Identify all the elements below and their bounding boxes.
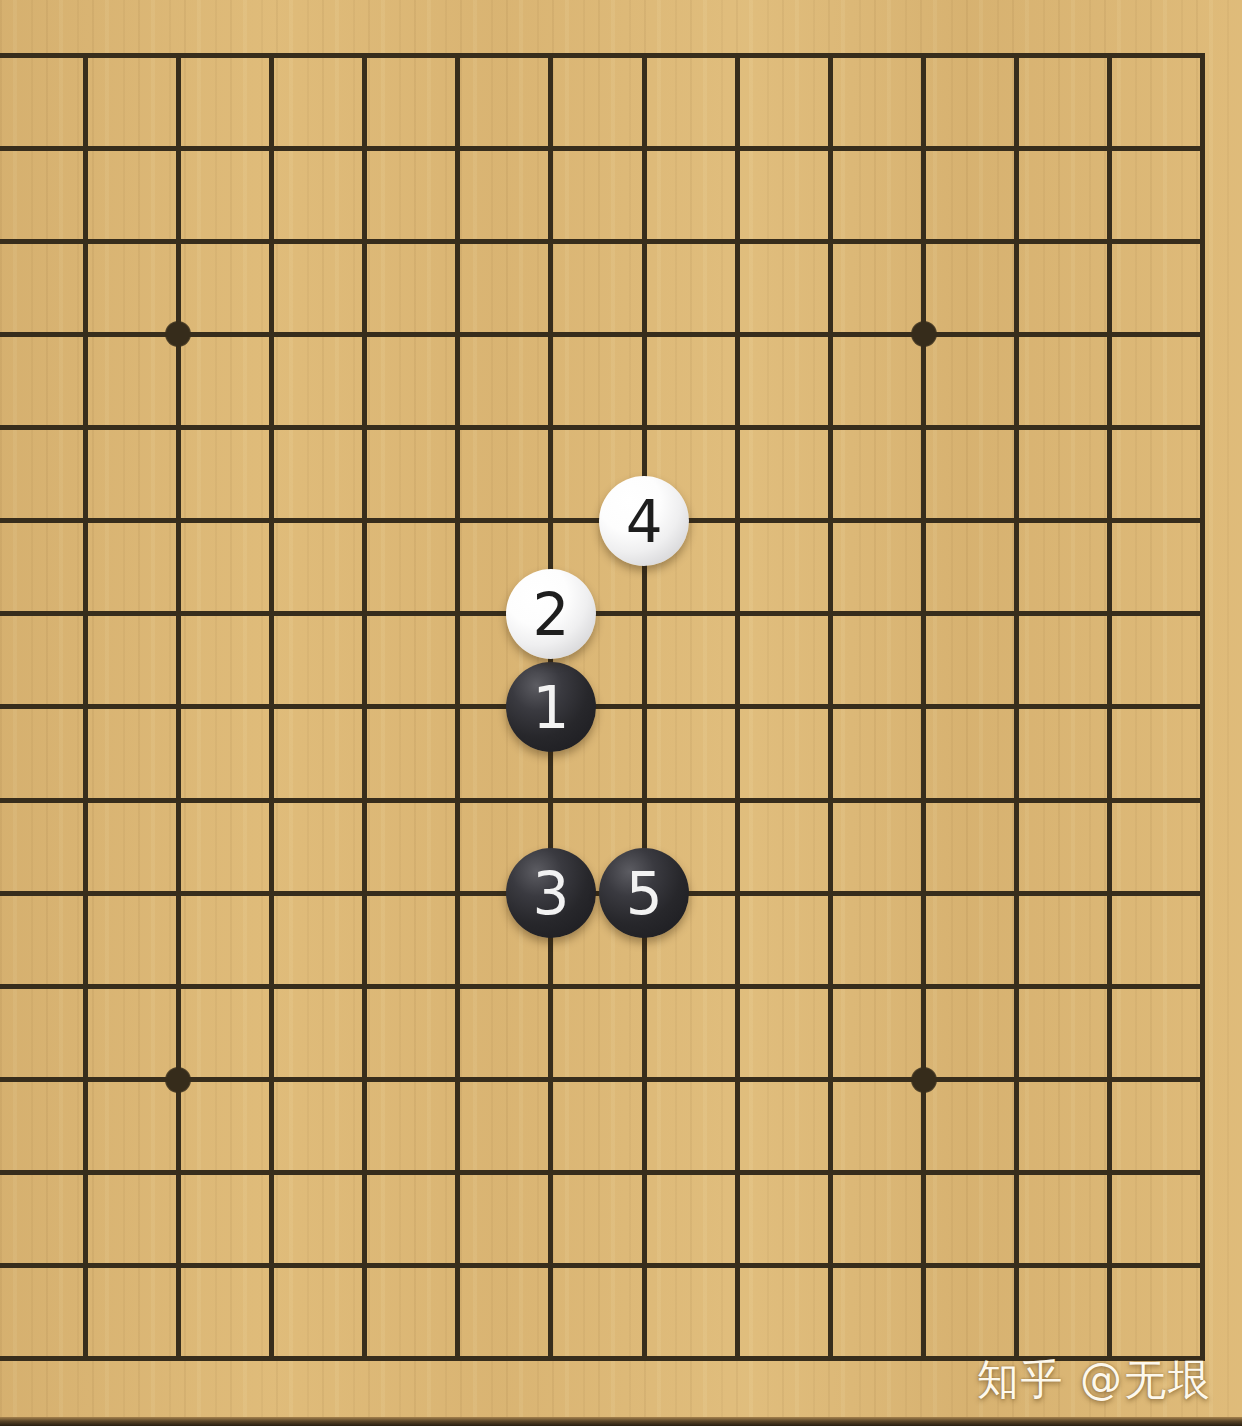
board-cell: [0, 1263, 83, 1356]
board-cell: [362, 1077, 455, 1170]
board-cell: [921, 1170, 1014, 1263]
board-cell: [1014, 611, 1107, 704]
board-cell: [828, 1077, 921, 1170]
board-cell: [735, 1263, 828, 1356]
board-cell: [455, 146, 548, 239]
board-cell: [0, 239, 83, 332]
board-cell: [548, 984, 641, 1077]
board-cell: [0, 611, 83, 704]
board-cell: [921, 984, 1014, 1077]
board-cell: [921, 891, 1014, 984]
board-cell: [642, 1077, 735, 1170]
board-cell: [176, 53, 269, 146]
board-cell: [176, 1077, 269, 1170]
stone-move-number: 1: [533, 679, 570, 737]
board-cell: [1014, 425, 1107, 518]
star-point: [165, 321, 191, 347]
board-cell: [1107, 332, 1200, 425]
board-cell: [921, 1077, 1014, 1170]
board-cell: [455, 1170, 548, 1263]
board-cell: [735, 704, 828, 797]
board-cell: [269, 611, 362, 704]
board-cell: [176, 332, 269, 425]
board-cell: [828, 891, 921, 984]
board-cell: [176, 1263, 269, 1356]
stone-white-4: 4: [599, 476, 689, 566]
board-cell: [828, 239, 921, 332]
board-cell: [83, 1170, 176, 1263]
board-cell: [1107, 798, 1200, 891]
board-cell: [828, 332, 921, 425]
board-bottom-edge-shadow: [0, 1417, 1242, 1426]
board-cell: [362, 239, 455, 332]
board-cell: [548, 146, 641, 239]
board-cell: [921, 425, 1014, 518]
board-cell: [828, 1170, 921, 1263]
board-cell: [1014, 704, 1107, 797]
board-cell: [642, 53, 735, 146]
board-cell: [642, 239, 735, 332]
board-cell: [269, 704, 362, 797]
star-point: [911, 1067, 937, 1093]
board-cell: [828, 53, 921, 146]
board-cell: [269, 239, 362, 332]
board-cell: [176, 518, 269, 611]
board-cell: [642, 146, 735, 239]
board-cell: [1107, 1170, 1200, 1263]
board-cell: [83, 518, 176, 611]
stone-black-5: 5: [599, 848, 689, 938]
go-diagram: 12345 知乎 @无垠: [0, 0, 1242, 1426]
board-cell: [642, 704, 735, 797]
board-cell: [176, 891, 269, 984]
board-cell: [0, 146, 83, 239]
board-cell: [828, 518, 921, 611]
board-cell: [548, 332, 641, 425]
board-cell: [455, 332, 548, 425]
board-cell: [0, 425, 83, 518]
board-cell: [269, 1077, 362, 1170]
board-cell: [83, 332, 176, 425]
board-cell: [735, 1170, 828, 1263]
stone-white-2: 2: [506, 569, 596, 659]
board-cell: [83, 1263, 176, 1356]
board-cell: [362, 611, 455, 704]
board-cell: [735, 332, 828, 425]
board-cell: [921, 611, 1014, 704]
board-cell: [362, 332, 455, 425]
board-cell: [176, 239, 269, 332]
board-cell: [1014, 798, 1107, 891]
board-cell: [548, 1170, 641, 1263]
board-cell: [1014, 891, 1107, 984]
board-cell: [735, 891, 828, 984]
board-cell: [269, 1263, 362, 1356]
board-cell: [83, 1077, 176, 1170]
board-cell: [548, 1077, 641, 1170]
board-cell: [83, 239, 176, 332]
board-cell: [921, 53, 1014, 146]
board-cell: [0, 704, 83, 797]
board-cell: [269, 798, 362, 891]
board-cell: [269, 332, 362, 425]
board-cell: [362, 891, 455, 984]
board-cell: [83, 798, 176, 891]
stone-black-1: 1: [506, 662, 596, 752]
board-cell: [548, 53, 641, 146]
board-cell: [1107, 239, 1200, 332]
board-cell: [176, 1170, 269, 1263]
board-cell: [1014, 146, 1107, 239]
board-cell: [362, 53, 455, 146]
board-cell: [83, 611, 176, 704]
board-cell: [642, 1263, 735, 1356]
board-cell: [455, 239, 548, 332]
board-cell: [1014, 1263, 1107, 1356]
board-cell: [0, 332, 83, 425]
board-cell: [642, 984, 735, 1077]
board-cell: [828, 146, 921, 239]
board-cell: [735, 611, 828, 704]
board-cell: [735, 1077, 828, 1170]
board-cell: [0, 891, 83, 984]
board-cell: [1014, 1170, 1107, 1263]
board-cell: [0, 1077, 83, 1170]
board-cell: [1107, 984, 1200, 1077]
board-cell: [176, 611, 269, 704]
board-cell: [269, 146, 362, 239]
board-cell: [455, 53, 548, 146]
board-cell: [548, 1263, 641, 1356]
board-cell: [176, 704, 269, 797]
board-cell: [176, 425, 269, 518]
board-cell: [269, 53, 362, 146]
board-cell: [1107, 425, 1200, 518]
board-cell: [362, 1263, 455, 1356]
board-cell: [362, 146, 455, 239]
board-cell: [1107, 1263, 1200, 1356]
board-cell: [828, 1263, 921, 1356]
board-cell: [642, 611, 735, 704]
board-cell: [642, 332, 735, 425]
board-cell: [83, 704, 176, 797]
board-cell: [362, 984, 455, 1077]
board-cell: [176, 798, 269, 891]
board-cell: [83, 891, 176, 984]
board-cell: [83, 53, 176, 146]
board-cell: [1107, 704, 1200, 797]
board-cell: [0, 518, 83, 611]
stone-black-3: 3: [506, 848, 596, 938]
board-cell: [362, 518, 455, 611]
board-cell: [362, 704, 455, 797]
board-cell: [0, 984, 83, 1077]
stone-move-number: 5: [626, 865, 663, 923]
board-cell: [269, 1170, 362, 1263]
board-cell: [1014, 53, 1107, 146]
board-cell: [735, 518, 828, 611]
board-cell: [921, 239, 1014, 332]
board-cell: [0, 798, 83, 891]
board-cell: [176, 984, 269, 1077]
board-cell: [1107, 53, 1200, 146]
board-cell: [455, 1077, 548, 1170]
stone-move-number: 2: [533, 586, 570, 644]
board-cell: [269, 891, 362, 984]
board-cell: [362, 1170, 455, 1263]
board-cell: [828, 425, 921, 518]
board-cell: [269, 518, 362, 611]
go-board: [0, 53, 1207, 1363]
board-cell: [269, 984, 362, 1077]
board-cell: [83, 984, 176, 1077]
board-cell: [455, 1263, 548, 1356]
board-cell: [828, 984, 921, 1077]
board-cell: [83, 146, 176, 239]
board-cell: [1014, 332, 1107, 425]
board-cell: [455, 984, 548, 1077]
board-cell: [362, 425, 455, 518]
stone-move-number: 4: [626, 493, 663, 551]
stone-move-number: 3: [533, 865, 570, 923]
star-point: [165, 1067, 191, 1093]
board-cell: [1014, 984, 1107, 1077]
board-cell: [455, 425, 548, 518]
watermark-text: 知乎 @无垠: [977, 1352, 1212, 1408]
board-cell: [921, 146, 1014, 239]
board-cell: [1107, 1077, 1200, 1170]
board-cell: [1107, 518, 1200, 611]
board-cell: [828, 704, 921, 797]
board-cell: [921, 332, 1014, 425]
board-cell: [735, 239, 828, 332]
board-cell: [921, 518, 1014, 611]
board-cell: [0, 1170, 83, 1263]
board-cell: [828, 611, 921, 704]
board-cell: [642, 1170, 735, 1263]
board-cell: [269, 425, 362, 518]
board-cell: [1014, 1077, 1107, 1170]
board-right-edge-line: [1200, 53, 1205, 1362]
board-cell: [1107, 146, 1200, 239]
board-cell: [176, 146, 269, 239]
board-cell: [1014, 518, 1107, 611]
board-cell: [921, 704, 1014, 797]
board-cell: [1014, 239, 1107, 332]
board-cell: [0, 53, 83, 146]
board-cell: [548, 239, 641, 332]
board-cell: [921, 1263, 1014, 1356]
star-point: [911, 321, 937, 347]
board-cell: [1107, 891, 1200, 984]
board-cell: [735, 425, 828, 518]
board-cell: [828, 798, 921, 891]
board-cell: [921, 798, 1014, 891]
board-cell: [735, 798, 828, 891]
board-cell: [362, 798, 455, 891]
board-cell: [735, 53, 828, 146]
board-cell: [735, 146, 828, 239]
board-cell: [1107, 611, 1200, 704]
board-cell: [735, 984, 828, 1077]
board-cell: [83, 425, 176, 518]
